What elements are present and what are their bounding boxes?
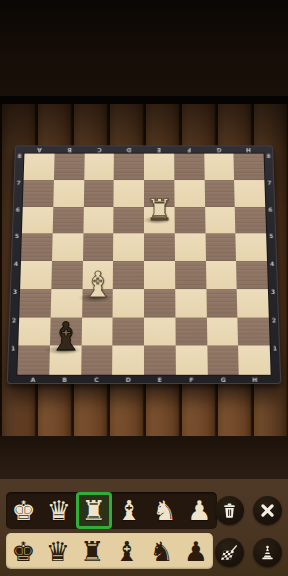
file-label: F [176,375,208,383]
square-g4[interactable] [206,261,237,289]
white-queen-icon: ♛ [47,497,71,524]
square-c7[interactable] [83,180,114,207]
palette-white-knight[interactable]: ♞ [147,492,182,529]
square-e4[interactable] [144,261,175,289]
square-e1[interactable] [144,346,176,375]
file-label: B [49,375,81,383]
delete-piece-button[interactable] [215,496,244,525]
rank-label: 5 [14,234,19,261]
file-label: H [233,146,263,153]
clear-board-icon [221,544,239,562]
close-button[interactable] [253,496,282,525]
file-label: B [54,146,84,153]
close-icon [259,502,276,519]
rank-label: 4 [270,261,275,289]
square-h8[interactable] [234,154,265,180]
rank-label: 8 [266,154,271,180]
file-label: G [204,146,234,153]
square-h2[interactable] [238,317,270,346]
square-g2[interactable] [206,317,238,346]
rank-label: 1 [273,346,278,375]
palette-white-bishop[interactable]: ♝ [112,492,147,529]
square-h5[interactable] [236,234,267,261]
square-b6[interactable] [52,207,83,234]
rank-label: 3 [271,289,276,317]
square-f1[interactable] [175,346,207,375]
square-a8[interactable] [24,154,55,180]
square-c5[interactable] [83,234,114,261]
file-label: A [17,375,49,383]
square-d6[interactable] [113,207,144,234]
square-d1[interactable] [112,346,144,375]
square-f2[interactable] [175,317,207,346]
square-g5[interactable] [205,234,236,261]
black-king-icon: ♚ [11,538,35,565]
rank-label: 2 [272,317,277,346]
rank-label: 7 [267,180,272,207]
file-label: A [24,146,54,153]
palette-black-bishop[interactable]: ♝ [110,533,145,569]
square-e8[interactable] [144,154,174,180]
trash-icon [221,502,238,519]
app-screen: ABCDEFGH ABCDEFGH 87654321 87654321 ♜♝♝ … [0,0,288,576]
black-rook-icon: ♜ [80,538,104,565]
palette-white-row[interactable]: ♚♛♜♝♞♟ [6,492,217,529]
file-labels-top: ABCDEFGH [24,145,263,153]
black-pawn-icon: ♟ [184,538,208,565]
rank-label: 6 [268,207,273,234]
square-h6[interactable] [235,207,266,234]
white-rook-icon: ♜ [82,497,106,524]
square-h7[interactable] [234,180,265,207]
square-b5[interactable] [52,234,83,261]
piece-white-bishop-c3[interactable]: ♝ [82,267,114,303]
square-a7[interactable] [23,180,54,207]
file-labels-bottom: ABCDEFGH [17,375,271,384]
palette-black-king[interactable]: ♚ [6,533,41,569]
black-queen-icon: ♛ [46,538,70,565]
square-a2[interactable] [18,317,50,346]
white-knight-icon: ♞ [152,497,176,524]
rank-label: 7 [16,180,21,207]
file-label: D [112,375,144,383]
square-a6[interactable] [22,207,53,234]
file-label: E [144,375,176,383]
background-top [0,0,288,97]
square-e3[interactable] [144,289,175,317]
file-label: G [207,375,239,383]
piece-black-bishop-b1[interactable]: ♝ [48,317,83,356]
square-b8[interactable] [54,154,85,180]
square-c1[interactable] [81,346,113,375]
rank-label: 4 [13,261,18,289]
table-edge [0,96,288,104]
square-a5[interactable] [21,234,52,261]
square-d4[interactable] [113,261,144,289]
square-f4[interactable] [175,261,206,289]
file-label: F [174,146,204,153]
square-g7[interactable] [204,180,235,207]
cone-button[interactable] [253,538,282,567]
square-d5[interactable] [113,234,144,261]
square-d7[interactable] [114,180,144,207]
piece-white-rook-e6[interactable]: ♜ [146,195,173,225]
rank-label: 5 [269,234,274,261]
square-g3[interactable] [206,289,238,317]
palette-white-queen[interactable]: ♛ [41,492,76,529]
square-a3[interactable] [19,289,51,317]
rank-label: 2 [11,317,16,346]
square-g6[interactable] [205,207,236,234]
square-g8[interactable] [204,154,235,180]
square-f7[interactable] [174,180,205,207]
file-label: D [114,146,144,153]
square-f3[interactable] [175,289,206,317]
rank-label: 6 [15,207,20,234]
square-h1[interactable] [238,346,270,375]
palette-white-pawn[interactable]: ♟ [182,492,217,529]
file-label: E [144,146,174,153]
square-f8[interactable] [174,154,204,180]
square-d2[interactable] [113,317,144,346]
table-shadow-band [0,436,288,480]
palette-black-knight[interactable]: ♞ [144,533,179,569]
file-label: C [81,375,113,383]
rank-label: 3 [12,289,17,317]
square-f5[interactable] [175,234,206,261]
square-a1[interactable] [17,346,49,375]
palette-black-row[interactable]: ♚♛♜♝♞♟ [6,533,213,569]
square-e5[interactable] [144,234,175,261]
palette-black-queen[interactable]: ♛ [41,533,76,569]
clear-board-button[interactable] [215,538,244,567]
rank-label: 1 [10,346,15,375]
square-g1[interactable] [207,346,239,375]
file-label: H [239,375,271,383]
cone-icon [259,544,276,561]
square-d3[interactable] [113,289,144,317]
palette-black-pawn[interactable]: ♟ [179,533,214,569]
white-king-icon: ♚ [11,497,35,524]
white-pawn-icon: ♟ [187,497,211,524]
square-b4[interactable] [51,261,82,289]
square-c8[interactable] [84,154,114,180]
palette-white-king[interactable]: ♚ [6,492,41,529]
square-b7[interactable] [53,180,84,207]
black-bishop-icon: ♝ [115,538,139,565]
black-knight-icon: ♞ [149,538,173,565]
square-h4[interactable] [236,261,268,289]
palette-white-rook[interactable]: ♜ [76,492,111,529]
square-h3[interactable] [237,289,269,317]
rank-label: 8 [17,154,22,180]
square-d8[interactable] [114,154,144,180]
square-e2[interactable] [144,317,175,346]
square-c2[interactable] [81,317,113,346]
square-f6[interactable] [174,207,205,234]
white-bishop-icon: ♝ [117,497,141,524]
file-label: C [84,146,114,153]
square-c6[interactable] [83,207,114,234]
palette-black-rook[interactable]: ♜ [75,533,110,569]
square-a4[interactable] [20,261,52,289]
